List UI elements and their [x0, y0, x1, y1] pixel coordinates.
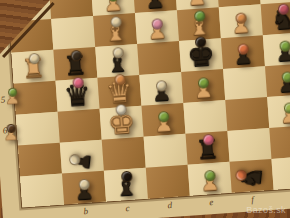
- piece-black-pawn-d5[interactable]: ♟: [139, 72, 183, 106]
- chess-photo: 56bcdef ♟♟♟♝♟♝♟♞♜♜♝♚♟♟♛♛♟♟♟♚♟♟♟♜♟♝♟♞ ♟♟ …: [0, 0, 290, 218]
- piece-black-bishop-c4[interactable]: ♝: [95, 44, 139, 78]
- square-d8[interactable]: [146, 165, 190, 199]
- square-f7[interactable]: [227, 128, 271, 162]
- square-e6[interactable]: [183, 100, 227, 134]
- file-label-b: b: [83, 207, 88, 216]
- captured-piece-1[interactable]: ♟: [4, 89, 20, 107]
- square-d4[interactable]: [137, 41, 181, 75]
- painted-cap: [72, 77, 84, 89]
- square-f6[interactable]: [225, 97, 269, 131]
- piece-white-pawn-e8[interactable]: ♟: [188, 162, 232, 196]
- painted-cap: [70, 50, 82, 62]
- piece-black-rook-b4[interactable]: ♜: [53, 47, 97, 81]
- file-label-c: c: [125, 204, 130, 213]
- piece-white-rook-a4[interactable]: ♜: [11, 50, 55, 84]
- piece-black-knight-f8[interactable]: ♞: [230, 159, 274, 193]
- piece-black-king-e4[interactable]: ♚: [179, 38, 223, 72]
- piece-white-pawn-d3[interactable]: ♟: [135, 10, 179, 44]
- square-c7[interactable]: [102, 137, 146, 171]
- file-label-f: f: [251, 195, 254, 204]
- square-b6[interactable]: [58, 109, 102, 143]
- painted-cap: [280, 40, 290, 52]
- painted-cap: [120, 171, 132, 183]
- piece-black-pawn-g5[interactable]: ♟: [265, 63, 290, 97]
- piece-black-knight-g3[interactable]: ♞: [261, 1, 290, 35]
- piece-white-pawn-d6[interactable]: ♟: [141, 103, 185, 137]
- piece-white-pawn-e5[interactable]: ♟: [181, 69, 225, 103]
- piece-white-king-c6[interactable]: ♚: [100, 106, 144, 140]
- square-a6[interactable]: [16, 112, 60, 146]
- painted-cap: [284, 102, 290, 114]
- piece-black-bishop-c8[interactable]: ♝: [104, 168, 148, 202]
- square-b3[interactable]: [51, 16, 95, 50]
- painted-cap: [114, 74, 126, 86]
- painted-cap: [282, 71, 290, 83]
- file-label-d: d: [167, 201, 172, 210]
- captured-piece-2[interactable]: ♟: [3, 126, 19, 144]
- square-d7[interactable]: [144, 134, 188, 168]
- piece-white-pawn-g6[interactable]: ♟: [267, 94, 290, 128]
- watermark: Bazoš.sk: [246, 205, 286, 215]
- painted-cap: [193, 10, 205, 22]
- file-label-e: e: [209, 198, 214, 207]
- piece-black-rook-e7[interactable]: ♜: [186, 131, 230, 165]
- piece-black-pawn-g4[interactable]: ♟: [263, 32, 290, 66]
- piece-black-pawn-b7[interactable]: ♟: [60, 140, 104, 174]
- piece-black-queen-b5[interactable]: ♛: [55, 78, 99, 112]
- painted-cap: [28, 53, 40, 65]
- square-a8[interactable]: [20, 174, 64, 208]
- square-a7[interactable]: [18, 143, 62, 177]
- square-g8[interactable]: [271, 156, 290, 190]
- square-f5[interactable]: [223, 66, 267, 100]
- square-g7[interactable]: [269, 125, 290, 159]
- square-a5[interactable]: [14, 81, 58, 115]
- painted-cap: [277, 3, 289, 15]
- chess-board: 56bcdef ♟♟♟♝♟♝♟♞♜♜♝♚♟♟♛♛♟♟♟♚♟♟♟♜♟♝♟♞ ♟♟: [0, 0, 290, 218]
- piece-black-pawn-f4[interactable]: ♟: [221, 35, 265, 69]
- painted-cap: [110, 16, 122, 28]
- piece-black-pawn-b8[interactable]: ♟: [62, 171, 106, 205]
- piece-white-pawn-f3[interactable]: ♟: [219, 4, 263, 38]
- painted-cap: [112, 47, 124, 59]
- piece-white-bishop-c3[interactable]: ♝: [93, 13, 137, 47]
- painted-cap: [202, 134, 214, 146]
